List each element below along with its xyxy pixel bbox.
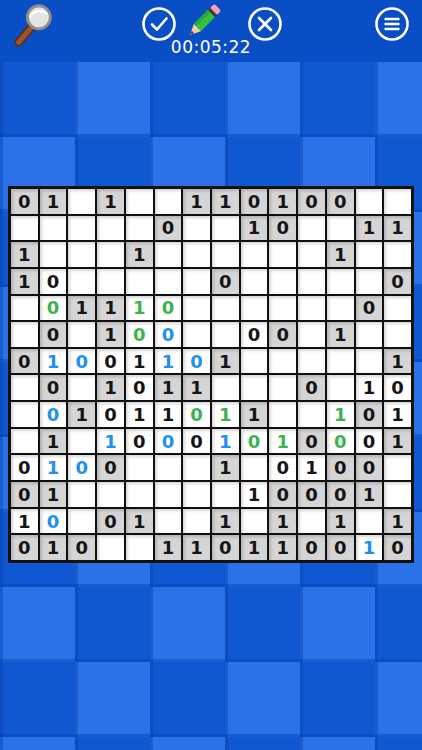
board-cell[interactable] <box>183 296 210 321</box>
board-cell[interactable] <box>155 242 182 267</box>
board-cell[interactable]: 0 <box>11 482 38 507</box>
board-cell[interactable] <box>269 375 296 400</box>
board-cell[interactable] <box>356 349 383 374</box>
board-cell[interactable] <box>155 269 182 294</box>
board-cell[interactable] <box>356 242 383 267</box>
board-cell[interactable]: 1 <box>11 242 38 267</box>
board-cell[interactable] <box>183 269 210 294</box>
board-cell[interactable] <box>183 242 210 267</box>
board-cell[interactable] <box>384 242 411 267</box>
board-cell[interactable]: 0 <box>269 482 296 507</box>
board-cell[interactable]: 0 <box>356 429 383 454</box>
board-cell[interactable] <box>40 216 67 241</box>
board-cell[interactable]: 1 <box>183 189 210 214</box>
board-cell[interactable] <box>356 189 383 214</box>
board-cell[interactable] <box>68 375 95 400</box>
board-cell[interactable] <box>269 349 296 374</box>
board-cell[interactable]: 1 <box>269 189 296 214</box>
board-cell[interactable]: 0 <box>327 482 354 507</box>
board-cell[interactable]: 1 <box>155 402 182 427</box>
board-cell[interactable]: 0 <box>298 482 325 507</box>
board-cell[interactable] <box>298 296 325 321</box>
board-cell[interactable]: 0 <box>183 349 210 374</box>
board-cell[interactable]: 1 <box>126 242 153 267</box>
board-cell[interactable]: 0 <box>68 349 95 374</box>
board-cell[interactable]: 0 <box>126 322 153 347</box>
board-cell[interactable] <box>126 269 153 294</box>
board-cell[interactable] <box>298 509 325 534</box>
board-cell[interactable] <box>384 455 411 480</box>
board-cell[interactable] <box>68 269 95 294</box>
board-cell[interactable]: 0 <box>155 322 182 347</box>
board-cell[interactable]: 1 <box>40 429 67 454</box>
board-cell[interactable] <box>269 269 296 294</box>
board-cell[interactable]: 1 <box>212 455 239 480</box>
board-cell[interactable]: 0 <box>155 429 182 454</box>
board-cell[interactable] <box>212 375 239 400</box>
board-cell[interactable]: 0 <box>269 322 296 347</box>
board-cell[interactable]: 0 <box>183 402 210 427</box>
board-cell[interactable]: 1 <box>241 482 268 507</box>
board-cell[interactable]: 0 <box>327 535 354 560</box>
board-cell[interactable]: 1 <box>241 402 268 427</box>
board-cell[interactable]: 0 <box>356 296 383 321</box>
board-cell[interactable]: 0 <box>40 296 67 321</box>
board-cell[interactable]: 1 <box>183 535 210 560</box>
board-cell[interactable] <box>11 296 38 321</box>
board-cell[interactable] <box>384 482 411 507</box>
board-cell[interactable] <box>384 296 411 321</box>
board-cell[interactable] <box>68 509 95 534</box>
board-cell[interactable]: 1 <box>68 402 95 427</box>
board-cell[interactable] <box>241 375 268 400</box>
board-cell[interactable]: 0 <box>11 349 38 374</box>
board-cell[interactable]: 1 <box>97 375 124 400</box>
board-cell[interactable]: 1 <box>11 269 38 294</box>
board-cell[interactable]: 0 <box>40 269 67 294</box>
board-cell[interactable] <box>298 216 325 241</box>
board-cell[interactable] <box>212 242 239 267</box>
board-cell[interactable]: 0 <box>212 535 239 560</box>
board-cell[interactable] <box>327 216 354 241</box>
board-cell[interactable]: 1 <box>269 509 296 534</box>
board-cell[interactable] <box>11 402 38 427</box>
board-cell[interactable]: 0 <box>212 269 239 294</box>
board-cell[interactable]: 1 <box>356 535 383 560</box>
board-cell[interactable]: 1 <box>97 189 124 214</box>
board-cell[interactable] <box>155 455 182 480</box>
board-cell[interactable]: 0 <box>11 455 38 480</box>
board-cell[interactable] <box>356 269 383 294</box>
board-cell[interactable] <box>11 429 38 454</box>
board-cell[interactable]: 0 <box>155 296 182 321</box>
board-cell[interactable] <box>269 242 296 267</box>
board-cell[interactable]: 0 <box>356 402 383 427</box>
board-cell[interactable]: 1 <box>126 349 153 374</box>
board-cell[interactable]: 0 <box>126 375 153 400</box>
board-cell[interactable] <box>68 216 95 241</box>
board-cell[interactable]: 1 <box>212 429 239 454</box>
board-cell[interactable]: 0 <box>40 322 67 347</box>
board-cell[interactable] <box>97 242 124 267</box>
board-cell[interactable] <box>97 482 124 507</box>
board-cell[interactable] <box>183 509 210 534</box>
board-cell[interactable]: 1 <box>298 455 325 480</box>
board-cell[interactable]: 0 <box>327 189 354 214</box>
board-cell[interactable] <box>298 402 325 427</box>
board-cell[interactable]: 1 <box>269 429 296 454</box>
board-cell[interactable]: 0 <box>356 455 383 480</box>
board-cell[interactable]: 1 <box>97 429 124 454</box>
board-cell[interactable]: 1 <box>269 535 296 560</box>
board-cell[interactable]: 1 <box>241 216 268 241</box>
board-cell[interactable]: 1 <box>40 189 67 214</box>
board-cell[interactable]: 0 <box>40 375 67 400</box>
board-cell[interactable] <box>327 349 354 374</box>
board-cell[interactable]: 1 <box>40 455 67 480</box>
board-cell[interactable] <box>212 296 239 321</box>
board-cell[interactable]: 0 <box>11 189 38 214</box>
board-cell[interactable] <box>298 349 325 374</box>
board-cell[interactable]: 1 <box>384 402 411 427</box>
board-cell[interactable]: 1 <box>327 402 354 427</box>
board-cell[interactable] <box>126 535 153 560</box>
board-cell[interactable]: 0 <box>40 402 67 427</box>
board-cell[interactable]: 1 <box>384 429 411 454</box>
board-cell[interactable]: 1 <box>97 322 124 347</box>
board-cell[interactable] <box>97 269 124 294</box>
board-cell[interactable] <box>241 269 268 294</box>
board-cell[interactable] <box>241 349 268 374</box>
board-cell[interactable]: 1 <box>155 375 182 400</box>
board-cell[interactable]: 1 <box>241 535 268 560</box>
board-cell[interactable] <box>155 482 182 507</box>
board-cell[interactable]: 0 <box>11 535 38 560</box>
board-cell[interactable]: 1 <box>356 216 383 241</box>
board-cell[interactable]: 0 <box>40 509 67 534</box>
board-cell[interactable]: 1 <box>212 509 239 534</box>
board-cell[interactable]: 1 <box>11 509 38 534</box>
board-cell[interactable]: 0 <box>384 269 411 294</box>
board-cell[interactable] <box>269 296 296 321</box>
board-cell[interactable] <box>40 242 67 267</box>
board-cell[interactable]: 1 <box>356 375 383 400</box>
board-cell[interactable] <box>241 455 268 480</box>
board-cell[interactable]: 1 <box>126 296 153 321</box>
board-cell[interactable] <box>68 189 95 214</box>
board-cell[interactable] <box>298 269 325 294</box>
board-cell[interactable]: 0 <box>241 189 268 214</box>
board-cell[interactable]: 1 <box>212 349 239 374</box>
board-cell[interactable] <box>212 216 239 241</box>
board-cell[interactable]: 0 <box>97 509 124 534</box>
board-cell[interactable]: 1 <box>327 242 354 267</box>
board-cell[interactable] <box>97 535 124 560</box>
board-cell[interactable]: 1 <box>40 535 67 560</box>
board-cell[interactable]: 1 <box>155 349 182 374</box>
board-cell[interactable] <box>11 216 38 241</box>
board-cell[interactable]: 1 <box>40 482 67 507</box>
board-cell[interactable] <box>327 375 354 400</box>
board-cell[interactable] <box>68 322 95 347</box>
board-cell[interactable]: 1 <box>384 349 411 374</box>
board-cell[interactable]: 1 <box>212 189 239 214</box>
board-cell[interactable] <box>155 189 182 214</box>
board-grid: 0111101000101111110000111000100001010011… <box>8 186 414 563</box>
board-cell[interactable] <box>298 242 325 267</box>
board-cell[interactable]: 1 <box>68 296 95 321</box>
board-cell[interactable]: 0 <box>298 375 325 400</box>
board-cell[interactable]: 0 <box>384 535 411 560</box>
board-cell[interactable]: 0 <box>68 455 95 480</box>
board-cell[interactable] <box>241 296 268 321</box>
board-cell[interactable] <box>11 375 38 400</box>
board-cell[interactable] <box>126 189 153 214</box>
board-cell[interactable]: 1 <box>384 216 411 241</box>
board-cell[interactable] <box>126 216 153 241</box>
board-cell[interactable] <box>183 216 210 241</box>
board-cell[interactable]: 0 <box>155 216 182 241</box>
board-cell[interactable]: 0 <box>241 429 268 454</box>
board-cell[interactable] <box>327 296 354 321</box>
board-cell[interactable]: 0 <box>298 429 325 454</box>
board-cell[interactable]: 0 <box>384 375 411 400</box>
board-cell[interactable]: 0 <box>269 455 296 480</box>
board-cell[interactable] <box>126 482 153 507</box>
board-cell[interactable]: 0 <box>68 535 95 560</box>
board-cell[interactable]: 0 <box>97 402 124 427</box>
board-cell[interactable]: 1 <box>126 509 153 534</box>
board-cell[interactable]: 1 <box>126 402 153 427</box>
timer: 00:05:22 <box>0 37 422 57</box>
board-cell[interactable] <box>327 269 354 294</box>
board-cell[interactable]: 1 <box>212 402 239 427</box>
board-cell[interactable] <box>155 509 182 534</box>
board-cell[interactable] <box>68 242 95 267</box>
top-toolbar: 00:05:22 <box>0 0 422 62</box>
board-cell[interactable] <box>212 322 239 347</box>
board-cell[interactable]: 0 <box>126 429 153 454</box>
board-cell[interactable] <box>183 322 210 347</box>
board-cell[interactable] <box>183 455 210 480</box>
board-cell[interactable]: 0 <box>269 216 296 241</box>
board-cell[interactable]: 0 <box>183 429 210 454</box>
board-cell[interactable] <box>11 322 38 347</box>
board-cell[interactable] <box>356 322 383 347</box>
board-cell[interactable] <box>126 455 153 480</box>
board-cell[interactable] <box>241 242 268 267</box>
board-cell[interactable]: 0 <box>97 349 124 374</box>
board-cell[interactable]: 0 <box>298 535 325 560</box>
board-cell[interactable]: 0 <box>241 322 268 347</box>
board-cell[interactable] <box>241 509 268 534</box>
board-cell[interactable]: 1 <box>356 482 383 507</box>
board-cell[interactable]: 1 <box>97 296 124 321</box>
board-cell[interactable]: 1 <box>40 349 67 374</box>
board-cell[interactable]: 0 <box>97 455 124 480</box>
board-cell[interactable] <box>68 482 95 507</box>
board-cell[interactable]: 0 <box>298 189 325 214</box>
board-cell[interactable] <box>97 216 124 241</box>
board-cell[interactable] <box>384 322 411 347</box>
board-cell[interactable] <box>183 482 210 507</box>
board-cell[interactable] <box>384 189 411 214</box>
board-cell[interactable] <box>356 509 383 534</box>
board-cell[interactable]: 0 <box>327 455 354 480</box>
board-cell[interactable] <box>298 322 325 347</box>
board-cell[interactable]: 1 <box>183 375 210 400</box>
board-cell[interactable] <box>269 402 296 427</box>
board-cell[interactable]: 1 <box>155 535 182 560</box>
board-cell[interactable] <box>212 482 239 507</box>
board-cell[interactable] <box>68 429 95 454</box>
board-cell[interactable]: 1 <box>327 322 354 347</box>
board-cell[interactable]: 0 <box>327 429 354 454</box>
board-cell[interactable]: 1 <box>384 509 411 534</box>
board-cell[interactable]: 1 <box>327 509 354 534</box>
